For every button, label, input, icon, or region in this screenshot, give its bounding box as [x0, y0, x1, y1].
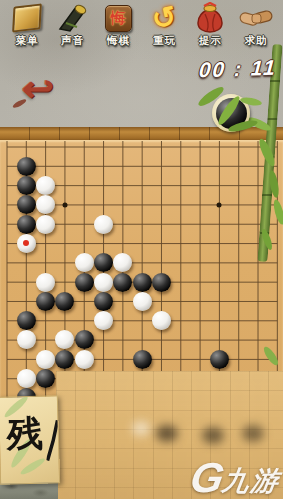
- game-screen: 菜单 声音 悔 悔棋 ↺ 重玩: [0, 0, 283, 499]
- board-cell-4-8[interactable]: [75, 292, 94, 311]
- board-cell-5-5[interactable]: [94, 234, 113, 253]
- board-cell-0-4[interactable]: [0, 215, 17, 234]
- black-stone: [210, 350, 229, 369]
- sound-button[interactable]: 声音: [50, 2, 96, 54]
- board-cell-1-10[interactable]: [17, 330, 36, 349]
- board-cell-12-6[interactable]: [229, 253, 248, 272]
- board-cell-6-5[interactable]: [113, 234, 132, 253]
- board-cell-3-4[interactable]: [55, 215, 74, 234]
- board-cell-1-0[interactable]: [17, 137, 36, 156]
- board-cell-7-9[interactable]: [132, 311, 151, 330]
- board-cell-1-1[interactable]: [17, 157, 36, 176]
- white-stone: [94, 311, 113, 330]
- black-stone: [17, 195, 36, 214]
- board-cell-7-3[interactable]: [132, 195, 151, 214]
- endgame-banner-tile: 残: [0, 395, 60, 485]
- board-cell-10-2[interactable]: [190, 176, 209, 195]
- board-cell-12-1[interactable]: [229, 157, 248, 176]
- board-cell-12-11[interactable]: [229, 350, 248, 369]
- board-cell-0-7[interactable]: [0, 272, 17, 291]
- black-stone: [75, 273, 94, 292]
- red-pouch-icon: [190, 2, 230, 34]
- toolbar: 菜单 声音 悔 悔棋 ↺ 重玩: [0, 0, 283, 54]
- white-stone: [152, 311, 171, 330]
- board-cell-3-6[interactable]: [55, 253, 74, 272]
- board-cell-5-1[interactable]: [94, 157, 113, 176]
- back-button[interactable]: ↩: [22, 71, 54, 107]
- board-cell-8-0[interactable]: [152, 137, 171, 156]
- white-stone: [17, 369, 36, 388]
- hint-label: 提示: [199, 34, 222, 47]
- board-cell-2-6[interactable]: [36, 253, 55, 272]
- board-cell-11-11[interactable]: [210, 350, 229, 369]
- timer: 00 : 11: [198, 56, 278, 83]
- board-cell-12-8[interactable]: [229, 292, 248, 311]
- board-cell-9-7[interactable]: [171, 272, 190, 291]
- board-cell-1-5[interactable]: [17, 234, 36, 253]
- board-cell-10-6[interactable]: [190, 253, 209, 272]
- board-cell-5-8[interactable]: [94, 292, 113, 311]
- board-cell-4-1[interactable]: [75, 157, 94, 176]
- board-cell-2-8[interactable]: [36, 292, 55, 311]
- white-stone: [36, 350, 55, 369]
- board-cell-11-10[interactable]: [210, 330, 229, 349]
- board-cell-1-4[interactable]: [17, 215, 36, 234]
- board-cell-12-4[interactable]: [229, 215, 248, 234]
- board-cell-6-3[interactable]: [113, 195, 132, 214]
- board-cell-9-6[interactable]: [171, 253, 190, 272]
- board-cell-4-0[interactable]: [75, 137, 94, 156]
- board-cell-3-0[interactable]: [55, 137, 74, 156]
- help-label: 求助: [245, 34, 268, 47]
- black-stone: [55, 292, 74, 311]
- board-cell-11-6[interactable]: [210, 253, 229, 272]
- board-cell-0-6[interactable]: [0, 253, 17, 272]
- board-cell-1-3[interactable]: [17, 195, 36, 214]
- board-cell-0-5[interactable]: [0, 234, 17, 253]
- board-cell-5-6[interactable]: [94, 253, 113, 272]
- board-cell-6-0[interactable]: [113, 137, 132, 156]
- sound-label: 声音: [61, 34, 84, 47]
- board-cell-9-11[interactable]: [171, 350, 190, 369]
- board-cell-7-6[interactable]: [132, 253, 151, 272]
- board-cell-9-2[interactable]: [171, 176, 190, 195]
- board-cell-8-10[interactable]: [152, 330, 171, 349]
- board-cell-14-10[interactable]: [268, 330, 284, 349]
- board-cell-2-1[interactable]: [36, 157, 55, 176]
- board-cell-11-3[interactable]: [210, 195, 229, 214]
- board-cell-11-1[interactable]: [210, 157, 229, 176]
- board-cell-6-4[interactable]: [113, 215, 132, 234]
- board-cell-0-3[interactable]: [0, 195, 17, 214]
- last-move-marker: [23, 240, 29, 246]
- board-cell-1-12[interactable]: [17, 369, 36, 388]
- board-cell-5-7[interactable]: [94, 272, 113, 291]
- board-cell-0-8[interactable]: [0, 292, 17, 311]
- board-cell-5-4[interactable]: [94, 215, 113, 234]
- board-cell-9-3[interactable]: [171, 195, 190, 214]
- watermark-logo: G 九游: [191, 458, 280, 498]
- black-stone: [75, 330, 94, 349]
- undo-button[interactable]: 悔 悔棋: [96, 2, 142, 54]
- board-cell-0-2[interactable]: [0, 176, 17, 195]
- board-cell-12-9[interactable]: [229, 311, 248, 330]
- board-cell-0-12[interactable]: [0, 369, 17, 388]
- board-cell-7-11[interactable]: [132, 350, 151, 369]
- black-stone: [152, 273, 171, 292]
- menu-button[interactable]: 菜单: [4, 2, 50, 54]
- board-cell-11-4[interactable]: [210, 215, 229, 234]
- black-stone: [17, 176, 36, 195]
- white-stone: [36, 215, 55, 234]
- board-cell-7-7[interactable]: [132, 272, 151, 291]
- board-cell-12-2[interactable]: [229, 176, 248, 195]
- board-cell-9-10[interactable]: [171, 330, 190, 349]
- board-cell-10-1[interactable]: [190, 157, 209, 176]
- board-cell-8-6[interactable]: [152, 253, 171, 272]
- board-cell-3-10[interactable]: [55, 330, 74, 349]
- white-stone: [36, 176, 55, 195]
- board-cell-12-3[interactable]: [229, 195, 248, 214]
- board-cell-5-9[interactable]: [94, 311, 113, 330]
- board-cell-3-3[interactable]: [55, 195, 74, 214]
- board-cell-7-0[interactable]: [132, 137, 151, 156]
- board-cell-1-11[interactable]: [17, 350, 36, 369]
- board-cell-9-8[interactable]: [171, 292, 190, 311]
- board-cell-2-10[interactable]: [36, 330, 55, 349]
- board-cell-8-11[interactable]: [152, 350, 171, 369]
- board-cell-4-7[interactable]: [75, 272, 94, 291]
- board-cell-11-5[interactable]: [210, 234, 229, 253]
- board-cell-5-11[interactable]: [94, 350, 113, 369]
- watermark-text: 九游: [220, 464, 283, 498]
- white-stone: [113, 253, 132, 272]
- board-cell-9-5[interactable]: [171, 234, 190, 253]
- white-stone: [55, 330, 74, 349]
- board-cell-13-8[interactable]: [248, 292, 267, 311]
- board-cell-5-2[interactable]: [94, 176, 113, 195]
- white-stone: [133, 292, 152, 311]
- board-cell-4-10[interactable]: [75, 330, 94, 349]
- board-cell-3-7[interactable]: [55, 272, 74, 291]
- board-cell-0-1[interactable]: [0, 157, 17, 176]
- board-cell-4-9[interactable]: [75, 311, 94, 330]
- board-cell-2-2[interactable]: [36, 176, 55, 195]
- board-cell-5-10[interactable]: [94, 330, 113, 349]
- board-cell-10-7[interactable]: [190, 272, 209, 291]
- board-cell-4-3[interactable]: [75, 195, 94, 214]
- board-cell-10-11[interactable]: [190, 350, 209, 369]
- black-stone: [133, 350, 152, 369]
- board-cell-2-4[interactable]: [36, 215, 55, 234]
- board-cell-6-8[interactable]: [113, 292, 132, 311]
- replay-arrow-icon: ↺: [144, 2, 184, 34]
- board-cell-9-0[interactable]: [171, 137, 190, 156]
- undo-label: 悔棋: [107, 34, 130, 47]
- board-cell-8-9[interactable]: [152, 311, 171, 330]
- board-cell-6-10[interactable]: [113, 330, 132, 349]
- black-stone: [36, 292, 55, 311]
- board-cell-2-7[interactable]: [36, 272, 55, 291]
- board-cell-3-11[interactable]: [55, 350, 74, 369]
- board-cell-8-3[interactable]: [152, 195, 171, 214]
- board-cell-6-11[interactable]: [113, 350, 132, 369]
- board-cell-14-6[interactable]: [268, 253, 284, 272]
- board-cell-1-2[interactable]: [17, 176, 36, 195]
- board-cell-4-4[interactable]: [75, 215, 94, 234]
- board-cell-2-12[interactable]: [36, 369, 55, 388]
- white-stone: [36, 273, 55, 292]
- board-cell-14-9[interactable]: [268, 311, 284, 330]
- board-cell-6-1[interactable]: [113, 157, 132, 176]
- white-stone: [17, 234, 36, 253]
- board-cell-8-5[interactable]: [152, 234, 171, 253]
- board-cell-7-5[interactable]: [132, 234, 151, 253]
- board-cell-12-7[interactable]: [229, 272, 248, 291]
- board-cell-4-2[interactable]: [75, 176, 94, 195]
- board-cell-10-5[interactable]: [190, 234, 209, 253]
- board-cell-14-7[interactable]: [268, 272, 284, 291]
- black-stone: [17, 157, 36, 176]
- white-stone: [17, 330, 36, 349]
- white-stone: [94, 273, 113, 292]
- board-cell-2-9[interactable]: [36, 311, 55, 330]
- undo-tile-char: 悔: [111, 9, 126, 28]
- board-cell-9-4[interactable]: [171, 215, 190, 234]
- undo-tile-icon: 悔: [99, 2, 139, 34]
- board-cell-8-8[interactable]: [152, 292, 171, 311]
- board-cell-9-1[interactable]: [171, 157, 190, 176]
- board-cell-1-7[interactable]: [17, 272, 36, 291]
- black-stone: [113, 273, 132, 292]
- board-cell-6-6[interactable]: [113, 253, 132, 272]
- black-stone: [17, 215, 36, 234]
- board-cell-8-2[interactable]: [152, 176, 171, 195]
- board-cell-3-9[interactable]: [55, 311, 74, 330]
- board-cell-2-0[interactable]: [36, 137, 55, 156]
- board-cell-5-0[interactable]: [94, 137, 113, 156]
- white-stone: [94, 215, 113, 234]
- board-cell-4-5[interactable]: [75, 234, 94, 253]
- white-stone: [36, 195, 55, 214]
- board-cell-0-11[interactable]: [0, 350, 17, 369]
- board-cell-2-5[interactable]: [36, 234, 55, 253]
- black-stone: [55, 350, 74, 369]
- hint-button[interactable]: 提示: [187, 2, 233, 54]
- help-button[interactable]: 求助: [233, 2, 279, 54]
- board-cell-10-3[interactable]: [190, 195, 209, 214]
- board-cell-12-0[interactable]: [229, 137, 248, 156]
- board-cell-11-2[interactable]: [210, 176, 229, 195]
- board-cell-14-8[interactable]: [268, 292, 284, 311]
- board-cell-2-3[interactable]: [36, 195, 55, 214]
- board-cell-0-10[interactable]: [0, 330, 17, 349]
- board-cell-13-7[interactable]: [248, 272, 267, 291]
- board-cell-8-1[interactable]: [152, 157, 171, 176]
- board-cell-0-9[interactable]: [0, 311, 17, 330]
- board-cell-3-5[interactable]: [55, 234, 74, 253]
- replay-button[interactable]: ↺ 重玩: [141, 2, 187, 54]
- board-cell-8-4[interactable]: [152, 215, 171, 234]
- black-stone: [36, 369, 55, 388]
- banner-text: 残: [6, 413, 43, 454]
- board-cell-3-8[interactable]: [55, 292, 74, 311]
- scroll-icon: [7, 2, 47, 34]
- board-cell-1-6[interactable]: [17, 253, 36, 272]
- board-cell-11-0[interactable]: [210, 137, 229, 156]
- board-cell-6-9[interactable]: [113, 311, 132, 330]
- board-cell-7-8[interactable]: [132, 292, 151, 311]
- board-cell-1-8[interactable]: [17, 292, 36, 311]
- board-cell-0-0[interactable]: [0, 137, 17, 156]
- board-cell-9-9[interactable]: [171, 311, 190, 330]
- black-stone: [133, 273, 152, 292]
- board-cell-10-4[interactable]: [190, 215, 209, 234]
- board-cell-7-10[interactable]: [132, 330, 151, 349]
- board-cell-4-11[interactable]: [75, 350, 94, 369]
- board-cell-4-6[interactable]: [75, 253, 94, 272]
- board-cell-10-0[interactable]: [190, 137, 209, 156]
- board-cell-1-9[interactable]: [17, 311, 36, 330]
- board-cell-11-7[interactable]: [210, 272, 229, 291]
- black-stone: [17, 311, 36, 330]
- board-cell-11-8[interactable]: [210, 292, 229, 311]
- board-cell-13-9[interactable]: [248, 311, 267, 330]
- menu-label: 菜单: [15, 34, 38, 47]
- board-cell-5-3[interactable]: [94, 195, 113, 214]
- board-cell-8-7[interactable]: [152, 272, 171, 291]
- board-cell-12-5[interactable]: [229, 234, 248, 253]
- handshake-icon: [236, 2, 276, 34]
- board-cell-6-7[interactable]: [113, 272, 132, 291]
- board-cell-2-11[interactable]: [36, 350, 55, 369]
- board-cell-10-8[interactable]: [190, 292, 209, 311]
- board-cell-10-9[interactable]: [190, 311, 209, 330]
- black-stone: [94, 292, 113, 311]
- board-cell-3-2[interactable]: [55, 176, 74, 195]
- board-cell-10-10[interactable]: [190, 330, 209, 349]
- horn-icon: [53, 2, 93, 34]
- board-cell-12-10[interactable]: [229, 330, 248, 349]
- board-cell-11-9[interactable]: [210, 311, 229, 330]
- board-cell-7-4[interactable]: [132, 215, 151, 234]
- board-cell-7-1[interactable]: [132, 157, 151, 176]
- board-cell-6-2[interactable]: [113, 176, 132, 195]
- white-stone: [75, 350, 94, 369]
- black-stone: [94, 253, 113, 272]
- board-cell-7-2[interactable]: [132, 176, 151, 195]
- white-stone: [75, 253, 94, 272]
- board-cell-3-1[interactable]: [55, 157, 74, 176]
